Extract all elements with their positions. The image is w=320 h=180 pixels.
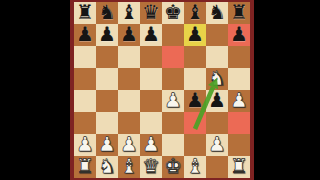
square-g3[interactable] — [206, 112, 228, 134]
square-b4[interactable] — [96, 90, 118, 112]
square-g8[interactable]: ♞ — [206, 2, 228, 24]
letterbox-left — [0, 0, 70, 180]
white-rook-piece: ♜ — [230, 156, 248, 176]
white-pawn-piece: ♟ — [98, 134, 116, 154]
square-a8[interactable]: ♜ — [74, 2, 96, 24]
white-knight-piece: ♞ — [208, 68, 226, 88]
square-e3[interactable] — [162, 112, 184, 134]
black-bishop-piece: ♝ — [120, 2, 138, 22]
square-a2[interactable]: ♟ — [74, 134, 96, 156]
square-e7[interactable] — [162, 24, 184, 46]
square-h4[interactable]: ♟ — [228, 90, 250, 112]
square-g5[interactable]: ♞ — [206, 68, 228, 90]
white-bishop-piece: ♝ — [186, 156, 204, 176]
black-pawn-piece: ♟ — [76, 24, 94, 44]
square-e5[interactable] — [162, 68, 184, 90]
square-a5[interactable] — [74, 68, 96, 90]
square-b3[interactable] — [96, 112, 118, 134]
square-f4[interactable]: ♟ — [184, 90, 206, 112]
white-queen-piece: ♛ — [142, 156, 160, 176]
square-f5[interactable] — [184, 68, 206, 90]
square-d4[interactable] — [140, 90, 162, 112]
board-frame: ♜♞♝♛♚♝♞♜♟♟♟♟♟♟♞♟♟♟♟♟♟♟♟♟♜♞♝♛♚♝♜ — [70, 0, 254, 180]
square-d8[interactable]: ♛ — [140, 2, 162, 24]
square-f7[interactable]: ♟ — [184, 24, 206, 46]
square-g4[interactable]: ♟ — [206, 90, 228, 112]
square-b7[interactable]: ♟ — [96, 24, 118, 46]
square-e6[interactable] — [162, 46, 184, 68]
black-pawn-piece: ♟ — [98, 24, 116, 44]
square-f3[interactable] — [184, 112, 206, 134]
white-rook-piece: ♜ — [76, 156, 94, 176]
square-d3[interactable] — [140, 112, 162, 134]
black-king-piece: ♚ — [164, 2, 182, 22]
black-rook-piece: ♜ — [230, 2, 248, 22]
square-g7[interactable] — [206, 24, 228, 46]
square-b1[interactable]: ♞ — [96, 156, 118, 178]
square-e1[interactable]: ♚ — [162, 156, 184, 178]
square-c4[interactable] — [118, 90, 140, 112]
black-pawn-piece: ♟ — [186, 90, 204, 110]
square-d1[interactable]: ♛ — [140, 156, 162, 178]
white-pawn-piece: ♟ — [164, 90, 182, 110]
white-pawn-piece: ♟ — [208, 134, 226, 154]
square-b2[interactable]: ♟ — [96, 134, 118, 156]
square-c7[interactable]: ♟ — [118, 24, 140, 46]
square-h6[interactable] — [228, 46, 250, 68]
chess-board: ♜♞♝♛♚♝♞♜♟♟♟♟♟♟♞♟♟♟♟♟♟♟♟♟♜♞♝♛♚♝♜ — [74, 2, 250, 178]
square-g2[interactable]: ♟ — [206, 134, 228, 156]
square-e8[interactable]: ♚ — [162, 2, 184, 24]
square-b6[interactable] — [96, 46, 118, 68]
square-a3[interactable] — [74, 112, 96, 134]
square-h7[interactable]: ♟ — [228, 24, 250, 46]
square-d2[interactable]: ♟ — [140, 134, 162, 156]
square-c3[interactable] — [118, 112, 140, 134]
black-pawn-piece: ♟ — [120, 24, 138, 44]
square-a1[interactable]: ♜ — [74, 156, 96, 178]
square-c5[interactable] — [118, 68, 140, 90]
square-h1[interactable]: ♜ — [228, 156, 250, 178]
white-pawn-piece: ♟ — [76, 134, 94, 154]
letterbox-right — [254, 0, 320, 180]
square-g6[interactable] — [206, 46, 228, 68]
square-g1[interactable] — [206, 156, 228, 178]
square-a6[interactable] — [74, 46, 96, 68]
square-h2[interactable] — [228, 134, 250, 156]
white-pawn-piece: ♟ — [120, 134, 138, 154]
square-h3[interactable] — [228, 112, 250, 134]
square-e4[interactable]: ♟ — [162, 90, 184, 112]
black-pawn-piece: ♟ — [142, 24, 160, 44]
white-knight-piece: ♞ — [98, 156, 116, 176]
white-pawn-piece: ♟ — [142, 134, 160, 154]
white-bishop-piece: ♝ — [120, 156, 138, 176]
square-f8[interactable]: ♝ — [184, 2, 206, 24]
square-c8[interactable]: ♝ — [118, 2, 140, 24]
screenshot-canvas: ♜♞♝♛♚♝♞♜♟♟♟♟♟♟♞♟♟♟♟♟♟♟♟♟♜♞♝♛♚♝♜ — [0, 0, 320, 180]
square-h5[interactable] — [228, 68, 250, 90]
square-f2[interactable] — [184, 134, 206, 156]
black-bishop-piece: ♝ — [186, 2, 204, 22]
black-pawn-piece: ♟ — [208, 90, 226, 110]
square-c2[interactable]: ♟ — [118, 134, 140, 156]
square-f1[interactable]: ♝ — [184, 156, 206, 178]
black-rook-piece: ♜ — [76, 2, 94, 22]
black-pawn-piece: ♟ — [186, 24, 204, 44]
square-c1[interactable]: ♝ — [118, 156, 140, 178]
square-d7[interactable]: ♟ — [140, 24, 162, 46]
black-knight-piece: ♞ — [208, 2, 226, 22]
black-queen-piece: ♛ — [142, 2, 160, 22]
square-a4[interactable] — [74, 90, 96, 112]
white-pawn-piece: ♟ — [230, 90, 248, 110]
square-d5[interactable] — [140, 68, 162, 90]
square-d6[interactable] — [140, 46, 162, 68]
black-pawn-piece: ♟ — [230, 24, 248, 44]
square-e2[interactable] — [162, 134, 184, 156]
black-knight-piece: ♞ — [98, 2, 116, 22]
square-c6[interactable] — [118, 46, 140, 68]
square-a7[interactable]: ♟ — [74, 24, 96, 46]
square-b8[interactable]: ♞ — [96, 2, 118, 24]
square-b5[interactable] — [96, 68, 118, 90]
white-king-piece: ♚ — [164, 156, 182, 176]
square-h8[interactable]: ♜ — [228, 2, 250, 24]
square-f6[interactable] — [184, 46, 206, 68]
